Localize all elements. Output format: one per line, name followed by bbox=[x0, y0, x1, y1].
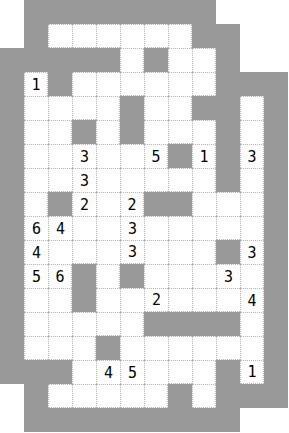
empty-cell[interactable] bbox=[48, 312, 72, 336]
shaded-cell[interactable] bbox=[0, 144, 24, 168]
shaded-cell[interactable] bbox=[264, 168, 288, 192]
empty-cell[interactable] bbox=[48, 120, 72, 144]
empty-cell[interactable] bbox=[96, 216, 120, 240]
shaded-cell[interactable] bbox=[264, 72, 288, 96]
empty-cell[interactable] bbox=[216, 216, 240, 240]
empty-cell[interactable] bbox=[144, 168, 168, 192]
clue-cell-3: 3 bbox=[72, 168, 96, 192]
shaded-cell[interactable] bbox=[48, 408, 72, 432]
empty-cell[interactable] bbox=[168, 48, 192, 72]
shaded-cell[interactable] bbox=[216, 384, 240, 408]
empty-cell[interactable] bbox=[144, 72, 168, 96]
shaded-cell[interactable] bbox=[216, 72, 240, 96]
shaded-cell[interactable] bbox=[24, 24, 48, 48]
empty-cell[interactable] bbox=[192, 216, 216, 240]
shaded-cell[interactable] bbox=[24, 48, 48, 72]
empty-cell[interactable] bbox=[120, 288, 144, 312]
clue-cell-5: 5 bbox=[24, 264, 48, 288]
empty-cell[interactable] bbox=[192, 336, 216, 360]
empty-cell[interactable] bbox=[120, 336, 144, 360]
shaded-cell[interactable] bbox=[144, 192, 168, 216]
shaded-cell[interactable] bbox=[264, 240, 288, 264]
empty-cell[interactable] bbox=[168, 336, 192, 360]
empty-cell[interactable] bbox=[24, 336, 48, 360]
empty-cell[interactable] bbox=[72, 72, 96, 96]
shaded-cell[interactable] bbox=[192, 408, 216, 432]
empty-cell[interactable] bbox=[192, 288, 216, 312]
empty-cell[interactable] bbox=[144, 264, 168, 288]
outside-area bbox=[216, 0, 240, 24]
empty-cell[interactable] bbox=[168, 288, 192, 312]
empty-cell[interactable] bbox=[144, 336, 168, 360]
empty-cell[interactable] bbox=[24, 288, 48, 312]
clue-cell-6: 6 bbox=[24, 216, 48, 240]
shaded-cell[interactable] bbox=[240, 384, 264, 408]
empty-cell[interactable] bbox=[72, 24, 96, 48]
shaded-cell[interactable] bbox=[264, 144, 288, 168]
empty-cell[interactable] bbox=[144, 24, 168, 48]
empty-cell[interactable] bbox=[192, 360, 216, 384]
clue-cell-3: 3 bbox=[120, 216, 144, 240]
shaded-cell[interactable] bbox=[216, 240, 240, 264]
shaded-cell[interactable] bbox=[48, 0, 72, 24]
outside-area bbox=[240, 408, 264, 432]
shaded-cell[interactable] bbox=[120, 120, 144, 144]
shaded-cell[interactable] bbox=[144, 408, 168, 432]
clue-cell-3: 3 bbox=[120, 240, 144, 264]
outside-area bbox=[264, 48, 288, 72]
shaded-cell[interactable] bbox=[264, 384, 288, 408]
empty-cell[interactable] bbox=[168, 360, 192, 384]
shaded-cell[interactable] bbox=[144, 312, 168, 336]
shaded-cell[interactable] bbox=[24, 408, 48, 432]
shaded-cell[interactable] bbox=[72, 264, 96, 288]
puzzle-board: 1351332264343356324451 bbox=[0, 0, 288, 432]
shaded-cell[interactable] bbox=[216, 144, 240, 168]
clue-cell-3: 3 bbox=[72, 144, 96, 168]
outside-area bbox=[0, 0, 24, 24]
shaded-cell[interactable] bbox=[264, 192, 288, 216]
shaded-cell[interactable] bbox=[72, 48, 96, 72]
empty-cell[interactable] bbox=[72, 336, 96, 360]
empty-cell[interactable] bbox=[192, 72, 216, 96]
shaded-cell[interactable] bbox=[0, 288, 24, 312]
shaded-cell[interactable] bbox=[264, 96, 288, 120]
shaded-cell[interactable] bbox=[72, 0, 96, 24]
empty-cell[interactable] bbox=[192, 48, 216, 72]
shaded-cell[interactable] bbox=[0, 72, 24, 96]
empty-cell[interactable] bbox=[240, 216, 264, 240]
empty-cell[interactable] bbox=[96, 264, 120, 288]
empty-cell[interactable] bbox=[240, 168, 264, 192]
empty-cell[interactable] bbox=[120, 144, 144, 168]
shaded-cell[interactable] bbox=[144, 0, 168, 24]
empty-cell[interactable] bbox=[48, 144, 72, 168]
shaded-cell[interactable] bbox=[144, 48, 168, 72]
empty-cell[interactable] bbox=[72, 360, 96, 384]
shaded-cell[interactable] bbox=[0, 336, 24, 360]
shaded-cell[interactable] bbox=[96, 408, 120, 432]
empty-cell[interactable] bbox=[168, 264, 192, 288]
shaded-cell[interactable] bbox=[264, 312, 288, 336]
empty-cell[interactable] bbox=[192, 120, 216, 144]
empty-cell[interactable] bbox=[144, 216, 168, 240]
shaded-cell[interactable] bbox=[264, 120, 288, 144]
shaded-cell[interactable] bbox=[0, 96, 24, 120]
clue-cell-4: 4 bbox=[24, 240, 48, 264]
shaded-cell[interactable] bbox=[192, 312, 216, 336]
outside-area bbox=[0, 384, 24, 408]
shaded-cell[interactable] bbox=[0, 360, 24, 384]
empty-cell[interactable] bbox=[120, 48, 144, 72]
clue-cell-2: 2 bbox=[72, 192, 96, 216]
clue-cell-3: 3 bbox=[240, 240, 264, 264]
clue-cell-5: 5 bbox=[120, 360, 144, 384]
empty-cell[interactable] bbox=[240, 312, 264, 336]
empty-cell[interactable] bbox=[120, 384, 144, 408]
empty-cell[interactable] bbox=[24, 192, 48, 216]
empty-cell[interactable] bbox=[48, 384, 72, 408]
outside-area bbox=[264, 0, 288, 24]
empty-cell[interactable] bbox=[72, 96, 96, 120]
outside-area bbox=[264, 24, 288, 48]
empty-cell[interactable] bbox=[240, 264, 264, 288]
empty-cell[interactable] bbox=[192, 168, 216, 192]
clue-cell-1: 1 bbox=[192, 144, 216, 168]
shaded-cell[interactable] bbox=[168, 408, 192, 432]
empty-cell[interactable] bbox=[216, 336, 240, 360]
shaded-cell[interactable] bbox=[0, 240, 24, 264]
empty-cell[interactable] bbox=[24, 312, 48, 336]
shaded-cell[interactable] bbox=[120, 264, 144, 288]
outside-area bbox=[240, 0, 264, 24]
shaded-cell[interactable] bbox=[168, 312, 192, 336]
empty-cell[interactable] bbox=[168, 168, 192, 192]
shaded-cell[interactable] bbox=[264, 360, 288, 384]
outside-area bbox=[0, 408, 24, 432]
shaded-cell[interactable] bbox=[168, 192, 192, 216]
outside-area bbox=[264, 408, 288, 432]
shaded-cell[interactable] bbox=[0, 264, 24, 288]
clue-cell-1: 1 bbox=[240, 360, 264, 384]
empty-cell[interactable] bbox=[48, 96, 72, 120]
shaded-cell[interactable] bbox=[48, 72, 72, 96]
shaded-cell[interactable] bbox=[48, 192, 72, 216]
shaded-cell[interactable] bbox=[264, 216, 288, 240]
empty-cell[interactable] bbox=[24, 144, 48, 168]
shaded-cell[interactable] bbox=[120, 0, 144, 24]
shaded-cell[interactable] bbox=[48, 360, 72, 384]
empty-cell[interactable] bbox=[168, 216, 192, 240]
empty-cell[interactable] bbox=[192, 240, 216, 264]
shaded-cell[interactable] bbox=[0, 48, 24, 72]
empty-cell[interactable] bbox=[192, 264, 216, 288]
empty-cell[interactable] bbox=[24, 168, 48, 192]
clue-cell-3: 3 bbox=[216, 264, 240, 288]
empty-cell[interactable] bbox=[240, 336, 264, 360]
empty-cell[interactable] bbox=[120, 24, 144, 48]
outside-area bbox=[240, 24, 264, 48]
shaded-cell[interactable] bbox=[264, 264, 288, 288]
empty-cell[interactable] bbox=[72, 384, 96, 408]
empty-cell[interactable] bbox=[48, 240, 72, 264]
clue-cell-2: 2 bbox=[120, 192, 144, 216]
shaded-cell[interactable] bbox=[216, 48, 240, 72]
empty-cell[interactable] bbox=[72, 216, 96, 240]
empty-cell[interactable] bbox=[96, 384, 120, 408]
empty-cell[interactable] bbox=[96, 192, 120, 216]
shaded-cell[interactable] bbox=[72, 120, 96, 144]
shaded-cell[interactable] bbox=[0, 168, 24, 192]
empty-cell[interactable] bbox=[240, 96, 264, 120]
shaded-cell[interactable] bbox=[216, 408, 240, 432]
shaded-cell[interactable] bbox=[216, 168, 240, 192]
empty-cell[interactable] bbox=[72, 240, 96, 264]
shaded-cell[interactable] bbox=[264, 336, 288, 360]
empty-cell[interactable] bbox=[120, 72, 144, 96]
clue-cell-4: 4 bbox=[48, 216, 72, 240]
empty-cell[interactable] bbox=[48, 168, 72, 192]
empty-cell[interactable] bbox=[144, 120, 168, 144]
shaded-cell[interactable] bbox=[264, 288, 288, 312]
shaded-cell[interactable] bbox=[72, 288, 96, 312]
empty-cell[interactable] bbox=[96, 168, 120, 192]
shaded-cell[interactable] bbox=[216, 96, 240, 120]
clue-cell-2: 2 bbox=[144, 288, 168, 312]
clue-cell-5: 5 bbox=[144, 144, 168, 168]
shaded-cell[interactable] bbox=[168, 384, 192, 408]
empty-cell[interactable] bbox=[144, 240, 168, 264]
shaded-cell[interactable] bbox=[0, 192, 24, 216]
empty-cell[interactable] bbox=[168, 72, 192, 96]
empty-cell[interactable] bbox=[96, 96, 120, 120]
outside-area bbox=[0, 24, 24, 48]
clue-cell-1: 1 bbox=[24, 72, 48, 96]
empty-cell[interactable] bbox=[72, 312, 96, 336]
shaded-cell[interactable] bbox=[216, 120, 240, 144]
shaded-cell[interactable] bbox=[120, 408, 144, 432]
empty-cell[interactable] bbox=[168, 120, 192, 144]
empty-cell[interactable] bbox=[216, 288, 240, 312]
clue-cell-4: 4 bbox=[240, 288, 264, 312]
empty-cell[interactable] bbox=[168, 24, 192, 48]
shaded-cell[interactable] bbox=[192, 96, 216, 120]
shaded-cell[interactable] bbox=[48, 48, 72, 72]
outside-area bbox=[240, 48, 264, 72]
shaded-cell[interactable] bbox=[216, 360, 240, 384]
shaded-cell[interactable] bbox=[216, 24, 240, 48]
shaded-cell[interactable] bbox=[216, 312, 240, 336]
shaded-cell[interactable] bbox=[192, 24, 216, 48]
shaded-cell[interactable] bbox=[96, 0, 120, 24]
empty-cell[interactable] bbox=[168, 96, 192, 120]
empty-cell[interactable] bbox=[96, 288, 120, 312]
shaded-cell[interactable] bbox=[0, 312, 24, 336]
shaded-cell[interactable] bbox=[240, 72, 264, 96]
shaded-cell[interactable] bbox=[120, 96, 144, 120]
empty-cell[interactable] bbox=[96, 72, 120, 96]
shaded-cell[interactable] bbox=[96, 48, 120, 72]
cave-puzzle-page: 1351332264343356324451 bbox=[0, 0, 289, 433]
shaded-cell[interactable] bbox=[24, 0, 48, 24]
shaded-cell[interactable] bbox=[0, 120, 24, 144]
empty-cell[interactable] bbox=[96, 120, 120, 144]
shaded-cell[interactable] bbox=[168, 0, 192, 24]
shaded-cell[interactable] bbox=[168, 144, 192, 168]
empty-cell[interactable] bbox=[192, 384, 216, 408]
shaded-cell[interactable] bbox=[192, 0, 216, 24]
empty-cell[interactable] bbox=[144, 360, 168, 384]
empty-cell[interactable] bbox=[120, 168, 144, 192]
empty-cell[interactable] bbox=[96, 24, 120, 48]
clue-cell-3: 3 bbox=[240, 144, 264, 168]
empty-cell[interactable] bbox=[24, 96, 48, 120]
empty-cell[interactable] bbox=[120, 312, 144, 336]
shaded-cell[interactable] bbox=[96, 336, 120, 360]
shaded-cell[interactable] bbox=[72, 408, 96, 432]
shaded-cell[interactable] bbox=[0, 216, 24, 240]
shaded-cell[interactable] bbox=[24, 360, 48, 384]
empty-cell[interactable] bbox=[96, 144, 120, 168]
empty-cell[interactable] bbox=[168, 240, 192, 264]
empty-cell[interactable] bbox=[48, 24, 72, 48]
clue-cell-4: 4 bbox=[96, 360, 120, 384]
empty-cell[interactable] bbox=[192, 192, 216, 216]
empty-cell[interactable] bbox=[48, 336, 72, 360]
empty-cell[interactable] bbox=[240, 120, 264, 144]
shaded-cell[interactable] bbox=[24, 384, 48, 408]
empty-cell[interactable] bbox=[96, 312, 120, 336]
empty-cell[interactable] bbox=[144, 96, 168, 120]
empty-cell[interactable] bbox=[144, 384, 168, 408]
empty-cell[interactable] bbox=[96, 240, 120, 264]
empty-cell[interactable] bbox=[216, 192, 240, 216]
empty-cell[interactable] bbox=[240, 192, 264, 216]
empty-cell[interactable] bbox=[24, 120, 48, 144]
clue-cell-6: 6 bbox=[48, 264, 72, 288]
empty-cell[interactable] bbox=[48, 288, 72, 312]
